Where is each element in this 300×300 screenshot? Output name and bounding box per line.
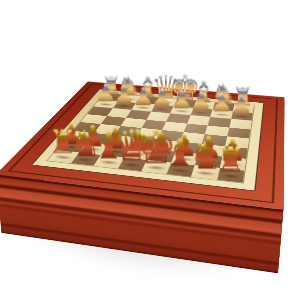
- square-h8: ♜: [217, 168, 245, 183]
- board-border: ♜♞♝♛♚♝♞♜♟♟♟♟♟♟♟♟♟♟♟♟♟♟♟♟♜♞♝♛♚♝♞♜: [31, 89, 264, 191]
- scene: ♜♞♝♛♚♝♞♜♟♟♟♟♟♟♟♟♟♟♟♟♟♟♟♟♜♞♝♛♚♝♞♜: [0, 0, 300, 300]
- chess-set-photo: ♜♞♝♛♚♝♞♜♟♟♟♟♟♟♟♟♟♟♟♟♟♟♟♟♜♞♝♛♚♝♞♜: [0, 0, 300, 300]
- piece-black-rook: ♜: [215, 143, 246, 177]
- piece-white-pawn: ♟: [190, 89, 213, 114]
- square-h3: [229, 119, 252, 129]
- piece-white-pawn: ♟: [230, 92, 253, 118]
- chess-box-case: ♜♞♝♛♚♝♞♜♟♟♟♟♟♟♟♟♟♟♟♟♟♟♟♟♜♞♝♛♚♝♞♜: [0, 81, 284, 209]
- chess-board: ♜♞♝♛♚♝♞♜♟♟♟♟♟♟♟♟♟♟♟♟♟♟♟♟♜♞♝♛♚♝♞♜: [46, 93, 255, 184]
